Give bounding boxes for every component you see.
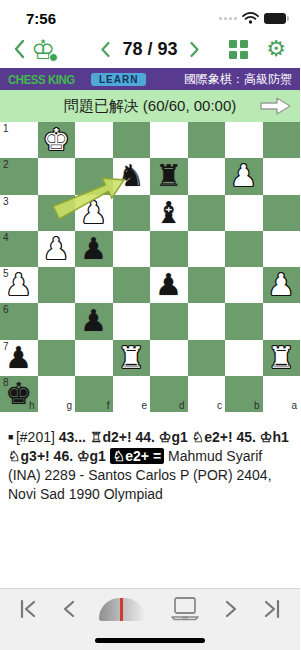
square-c1[interactable] (188, 122, 226, 158)
square-c3[interactable] (188, 195, 226, 231)
square-e8[interactable]: e (113, 376, 151, 412)
nav-bar: ♔ 78 / 93 ⚙ (0, 30, 300, 68)
square-g5[interactable] (38, 267, 76, 303)
square-f3[interactable]: ♟ (75, 195, 113, 231)
square-g6[interactable] (38, 303, 76, 339)
black-pawn-d5[interactable]: ♟ (155, 270, 182, 300)
solved-banner: 問題已解决 (60/60, 00:00) (0, 90, 300, 122)
rank-label: 3 (3, 196, 9, 207)
white-pawn-a5[interactable]: ♟ (268, 270, 295, 300)
file-label: f (107, 400, 110, 411)
black-pawn-h7[interactable]: ♟ (5, 343, 32, 373)
rank-label: 4 (3, 232, 9, 243)
square-g4[interactable]: ♟ (38, 231, 76, 267)
white-rook-a7[interactable]: ♜ (268, 343, 295, 373)
file-label: e (141, 400, 147, 411)
black-bishop-d3[interactable]: ♝ (155, 198, 182, 228)
square-h3[interactable]: 3 (0, 195, 38, 231)
square-c4[interactable] (188, 231, 226, 267)
square-d4[interactable] (150, 231, 188, 267)
square-f6[interactable]: ♟ (75, 303, 113, 339)
square-c6[interactable] (188, 303, 226, 339)
square-h8[interactable]: ♚8h (0, 376, 38, 412)
square-c2[interactable] (188, 158, 226, 194)
rank-label: 2 (3, 159, 9, 170)
white-pawn-b2[interactable]: ♟ (230, 161, 257, 191)
black-rook-d2[interactable]: ♜ (155, 161, 182, 191)
home-indicator[interactable] (95, 638, 205, 643)
prev-puzzle-button[interactable] (100, 41, 110, 58)
square-f7[interactable] (75, 340, 113, 376)
square-b1[interactable] (225, 122, 263, 158)
file-label: c (217, 400, 222, 411)
go-last-button[interactable] (262, 598, 282, 620)
back-button[interactable] (14, 39, 25, 59)
brand-bar: CHESS KING LEARN 國際象棋：高級防禦 (0, 68, 300, 90)
square-c7[interactable] (188, 340, 226, 376)
square-e2[interactable]: ♞ (113, 158, 151, 194)
black-pawn-f4[interactable]: ♟ (80, 234, 107, 264)
square-h1[interactable]: 1 (0, 122, 38, 158)
chess-board[interactable]: 1♚2♞♜♟3♟♝4♟♟♟5♟♟6♟♟7♜♜♚8hgfedcba (0, 122, 300, 412)
file-label: g (66, 400, 72, 411)
rank-label: 6 (3, 304, 9, 315)
move-annotation: ■ [#201] 43... ♖d2+! 44. ♔g1 ♘e2+! 45. ♔… (0, 412, 300, 504)
square-g3[interactable] (38, 195, 76, 231)
file-label: d (179, 400, 185, 411)
bottom-toolbar (0, 588, 300, 650)
square-a5[interactable]: ♟ (263, 267, 301, 303)
wifi-icon (242, 12, 259, 24)
square-a1[interactable] (263, 122, 301, 158)
square-b6[interactable] (225, 303, 263, 339)
square-c8[interactable]: c (188, 376, 226, 412)
brand-logo: CHESS KING (8, 72, 75, 87)
rank-label: 1 (3, 123, 9, 134)
solved-message: 問題已解决 (60/60, 00:00) (64, 97, 237, 116)
puzzle-counter: 78 / 93 (122, 39, 177, 60)
white-rook-e7[interactable]: ♜ (118, 343, 145, 373)
square-f8[interactable]: f (75, 376, 113, 412)
square-a2[interactable] (263, 158, 301, 194)
square-f4[interactable]: ♟ (75, 231, 113, 267)
square-h6[interactable]: 6 (0, 303, 38, 339)
square-h2[interactable]: 2 (0, 158, 38, 194)
white-pawn-h5[interactable]: ♟ (5, 270, 32, 300)
square-h7[interactable]: ♟7 (0, 340, 38, 376)
mouse-mode-icon[interactable] (99, 598, 145, 621)
annotation-segment: ■ (8, 432, 16, 442)
square-h5[interactable]: ♟5 (0, 267, 38, 303)
board-area: 1♚2♞♜♟3♟♝4♟♟♟5♟♟6♟♟7♜♜♚8hgfedcba (0, 122, 300, 412)
square-g2[interactable] (38, 158, 76, 194)
current-move[interactable]: ♘e2+ = (110, 448, 164, 464)
rank-label: 7 (3, 341, 9, 352)
clock: 7:56 (26, 10, 56, 27)
next-arrow-button[interactable] (260, 95, 292, 117)
square-d2[interactable]: ♜ (150, 158, 188, 194)
computer-mode-button[interactable] (169, 596, 201, 622)
square-d5[interactable]: ♟ (150, 267, 188, 303)
rank-label: 5 (3, 268, 9, 279)
square-a8[interactable]: a (263, 376, 301, 412)
square-e1[interactable] (113, 122, 151, 158)
square-b7[interactable] (225, 340, 263, 376)
white-king-g1[interactable]: ♚ (43, 125, 70, 155)
go-next-button[interactable] (225, 598, 238, 620)
square-a4[interactable] (263, 231, 301, 267)
chess-king-logo-icon[interactable]: ♔ (31, 36, 55, 63)
signal-icon (219, 17, 237, 20)
black-pawn-f6[interactable]: ♟ (80, 306, 107, 336)
square-f2[interactable] (75, 158, 113, 194)
go-previous-button[interactable] (62, 598, 75, 620)
square-b3[interactable] (225, 195, 263, 231)
square-e6[interactable] (113, 303, 151, 339)
annotation-segment: [#201] (16, 429, 59, 445)
square-e5[interactable] (113, 267, 151, 303)
learn-badge: LEARN (91, 73, 146, 86)
settings-gear-icon[interactable]: ⚙ (266, 38, 286, 60)
square-f1[interactable] (75, 122, 113, 158)
file-label: a (291, 400, 297, 411)
file-label: h (29, 400, 35, 411)
next-puzzle-button[interactable] (190, 41, 200, 58)
square-a6[interactable] (263, 303, 301, 339)
app-screen: 7:56 ♔ 78 / 93 (0, 0, 300, 650)
square-a7[interactable]: ♜ (263, 340, 301, 376)
square-e3[interactable] (113, 195, 151, 231)
square-b5[interactable] (225, 267, 263, 303)
puzzle-list-button[interactable] (229, 40, 248, 59)
square-c5[interactable] (188, 267, 226, 303)
square-b4[interactable] (225, 231, 263, 267)
square-e7[interactable]: ♜ (113, 340, 151, 376)
battery-icon (264, 13, 286, 24)
square-d1[interactable] (150, 122, 188, 158)
square-b2[interactable]: ♟ (225, 158, 263, 194)
square-a3[interactable] (263, 195, 301, 231)
course-title: 國際象棋：高級防禦 (184, 71, 292, 88)
square-g8[interactable]: g (38, 376, 76, 412)
square-d6[interactable] (150, 303, 188, 339)
square-f5[interactable] (75, 267, 113, 303)
square-h4[interactable]: 4 (0, 231, 38, 267)
white-pawn-f3[interactable]: ♟ (80, 198, 107, 228)
white-pawn-g4[interactable]: ♟ (43, 234, 70, 264)
square-e4[interactable] (113, 231, 151, 267)
file-label: b (254, 400, 260, 411)
go-first-button[interactable] (18, 598, 38, 620)
square-g1[interactable]: ♚ (38, 122, 76, 158)
square-g7[interactable] (38, 340, 76, 376)
status-bar: 7:56 (0, 0, 300, 30)
square-b8[interactable]: b (225, 376, 263, 412)
square-d3[interactable]: ♝ (150, 195, 188, 231)
square-d7[interactable] (150, 340, 188, 376)
rank-label: 8 (3, 377, 9, 388)
square-d8[interactable]: d (150, 376, 188, 412)
black-knight-e2[interactable]: ♞ (118, 161, 145, 191)
